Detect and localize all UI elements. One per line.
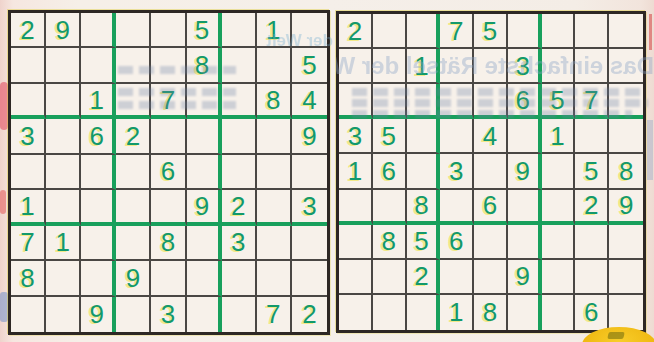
sudoku-cell-left-r3c7[interactable] (222, 84, 257, 119)
given-digit: 8 (195, 52, 209, 78)
given-digit: 2 (414, 263, 428, 289)
sudoku-cell-right-r3c6[interactable]: 6 (508, 84, 542, 119)
sudoku-cell-right-r8c2[interactable] (373, 260, 407, 295)
given-digit: 2 (348, 18, 362, 44)
sudoku-cell-left-r5c8[interactable] (257, 155, 292, 190)
given-digit: 8 (266, 87, 280, 113)
sudoku-cell-right-r5c9[interactable]: 8 (609, 154, 643, 189)
given-digit: 9 (516, 263, 530, 289)
given-digit: 7 (449, 18, 463, 44)
given-digit: 3 (20, 123, 34, 149)
sudoku-cell-right-r5c4[interactable]: 3 (440, 154, 474, 189)
sudoku-cell-left-r6c9[interactable]: 3 (292, 190, 327, 225)
sudoku-cell-left-r9c2[interactable] (46, 297, 81, 332)
scan-edge-artifact (0, 190, 6, 214)
sudoku-cell-left-r9c1[interactable] (11, 297, 46, 332)
sudoku-cell-right-r9c6[interactable] (508, 295, 542, 330)
given-digit: 5 (414, 228, 428, 254)
given-digit: 8 (161, 229, 175, 255)
sudoku-cell-right-r2c7[interactable] (542, 49, 576, 84)
given-digit: 7 (584, 87, 598, 113)
given-digit: 7 (266, 301, 280, 327)
sudoku-cell-left-r3c9[interactable]: 4 (292, 84, 327, 119)
given-digit: 8 (20, 265, 34, 291)
given-digit: 8 (619, 158, 633, 184)
sudoku-cell-left-r4c9[interactable]: 9 (292, 119, 327, 154)
given-digit: 4 (302, 87, 316, 113)
sudoku-cell-left-r9c3[interactable]: 9 (81, 297, 116, 332)
sudoku-cell-right-r1c6[interactable] (508, 14, 542, 49)
sudoku-cell-left-r8c6[interactable] (187, 261, 222, 296)
given-digit: 1 (550, 123, 564, 149)
sudoku-cell-right-r7c6[interactable] (508, 225, 542, 260)
sudoku-cell-right-r3c4[interactable] (440, 84, 474, 119)
sudoku-cell-right-r3c1[interactable] (339, 84, 373, 119)
sudoku-cell-right-r8c5[interactable] (474, 260, 508, 295)
sudoku-cell-right-r5c6[interactable]: 9 (508, 154, 542, 189)
given-digit: 6 (381, 158, 395, 184)
sudoku-cell-right-r6c8[interactable]: 2 (575, 190, 609, 225)
sudoku-grid-left: 29518517843629619237183899372 (8, 10, 330, 335)
sudoku-cell-left-r7c7[interactable]: 3 (222, 226, 257, 261)
sudoku-cell-right-r4c5[interactable]: 4 (474, 119, 508, 154)
sudoku-cell-left-r7c6[interactable] (187, 226, 222, 261)
sudoku-cell-right-r4c1[interactable]: 3 (339, 119, 373, 154)
sudoku-cell-right-r9c3[interactable] (407, 295, 441, 330)
sudoku-cell-left-r4c6[interactable] (187, 119, 222, 154)
given-digit: 1 (449, 299, 463, 325)
sudoku-cell-left-r1c3[interactable] (81, 13, 116, 48)
sudoku-cell-right-r7c8[interactable] (575, 225, 609, 260)
sudoku-cell-left-r3c5[interactable]: 7 (151, 84, 186, 119)
given-digit: 5 (584, 158, 598, 184)
given-digit: 3 (516, 53, 530, 79)
sudoku-cell-left-r3c8[interactable]: 8 (257, 84, 292, 119)
sudoku-cell-left-r8c9[interactable] (292, 261, 327, 296)
sudoku-cell-left-r5c9[interactable] (292, 155, 327, 190)
sudoku-cell-left-r9c4[interactable] (116, 297, 151, 332)
sudoku-cell-left-r3c1[interactable] (11, 84, 46, 119)
sudoku-cell-right-r2c6[interactable]: 3 (508, 49, 542, 84)
sudoku-cell-left-r4c5[interactable] (151, 119, 186, 154)
sudoku-cell-right-r5c8[interactable]: 5 (575, 154, 609, 189)
sudoku-cell-right-r2c9[interactable] (609, 49, 643, 84)
sudoku-cell-left-r1c8[interactable]: 1 (257, 13, 292, 48)
sudoku-cell-right-r2c3[interactable]: 1 (407, 49, 441, 84)
sudoku-cell-right-r6c3[interactable]: 8 (407, 190, 441, 225)
given-digit: 5 (381, 123, 395, 149)
given-digit: 9 (619, 192, 633, 218)
sudoku-cell-left-r4c3[interactable]: 6 (81, 119, 116, 154)
sudoku-cell-right-r8c6[interactable]: 9 (508, 260, 542, 295)
sudoku-cell-right-r3c5[interactable] (474, 84, 508, 119)
sudoku-cell-left-r6c7[interactable]: 2 (222, 190, 257, 225)
sudoku-cell-right-r8c7[interactable] (542, 260, 576, 295)
sudoku-cell-left-r9c5[interactable]: 3 (151, 297, 186, 332)
sudoku-cell-left-r2c6[interactable]: 8 (187, 48, 222, 83)
sudoku-cell-left-r7c9[interactable] (292, 226, 327, 261)
sudoku-cell-right-r4c2[interactable]: 5 (373, 119, 407, 154)
sudoku-cell-right-r6c9[interactable]: 9 (609, 190, 643, 225)
sudoku-cell-right-r5c1[interactable]: 1 (339, 154, 373, 189)
sudoku-cell-right-r4c9[interactable] (609, 119, 643, 154)
sudoku-cell-right-r4c3[interactable] (407, 119, 441, 154)
sudoku-cell-right-r1c7[interactable] (542, 14, 576, 49)
sudoku-cell-left-r1c2[interactable]: 9 (46, 13, 81, 48)
sudoku-cell-right-r8c9[interactable] (609, 260, 643, 295)
given-digit: 1 (414, 53, 428, 79)
sudoku-cell-left-r1c6[interactable]: 5 (187, 13, 222, 48)
sudoku-cell-right-r1c9[interactable] (609, 14, 643, 49)
sudoku-cell-left-r2c1[interactable] (11, 48, 46, 83)
sudoku-cell-left-r2c9[interactable]: 5 (292, 48, 327, 83)
sudoku-cell-right-r2c2[interactable] (373, 49, 407, 84)
sudoku-cell-left-r6c5[interactable] (151, 190, 186, 225)
sudoku-cell-right-r2c8[interactable] (575, 49, 609, 84)
given-digit: 1 (90, 87, 104, 113)
sudoku-cell-right-r5c3[interactable] (407, 154, 441, 189)
given-digit: 2 (231, 193, 245, 219)
sudoku-cell-left-r7c5[interactable]: 8 (151, 226, 186, 261)
sudoku-cell-left-r2c7[interactable] (222, 48, 257, 83)
given-digit: 6 (483, 192, 497, 218)
sudoku-cell-left-r6c3[interactable] (81, 190, 116, 225)
sudoku-cell-right-r9c7[interactable] (542, 295, 576, 330)
sudoku-cell-left-r6c1[interactable]: 1 (11, 190, 46, 225)
given-digit: 9 (302, 123, 316, 149)
sudoku-cell-right-r6c6[interactable] (508, 190, 542, 225)
sudoku-cell-left-r6c4[interactable] (116, 190, 151, 225)
sudoku-cell-right-r1c8[interactable] (575, 14, 609, 49)
given-digit: 5 (195, 17, 209, 43)
sudoku-cell-left-r9c6[interactable] (187, 297, 222, 332)
sudoku-cell-left-r9c9[interactable]: 2 (292, 297, 327, 332)
sudoku-cell-right-r5c7[interactable] (542, 154, 576, 189)
sudoku-cell-left-r2c8[interactable] (257, 48, 292, 83)
sudoku-cell-right-r8c1[interactable] (339, 260, 373, 295)
sudoku-cell-left-r1c5[interactable] (151, 13, 186, 48)
given-digit: 3 (302, 193, 316, 219)
given-digit: 4 (483, 123, 497, 149)
sudoku-cell-right-r7c1[interactable] (339, 225, 373, 260)
sudoku-cell-left-r9c8[interactable]: 7 (257, 297, 292, 332)
sudoku-cell-left-r3c3[interactable]: 1 (81, 84, 116, 119)
sudoku-cell-right-r3c3[interactable] (407, 84, 441, 119)
sudoku-cell-left-r5c3[interactable] (81, 155, 116, 190)
given-digit: 3 (348, 123, 362, 149)
sudoku-cell-left-r2c4[interactable] (116, 48, 151, 83)
given-digit: 7 (20, 229, 34, 255)
given-digit: 8 (381, 228, 395, 254)
sudoku-cell-right-r9c9[interactable] (609, 295, 643, 330)
sudoku-cell-left-r9c7[interactable] (222, 297, 257, 332)
sudoku-cell-left-r3c4[interactable] (116, 84, 151, 119)
sudoku-cell-right-r8c8[interactable] (575, 260, 609, 295)
sudoku-cell-left-r7c8[interactable] (257, 226, 292, 261)
given-digit: 2 (302, 301, 316, 327)
given-digit: 3 (449, 158, 463, 184)
sudoku-cell-right-r7c4[interactable]: 6 (440, 225, 474, 260)
sudoku-cell-left-r4c2[interactable] (46, 119, 81, 154)
given-digit: 1 (20, 193, 34, 219)
sudoku-cell-right-r5c2[interactable]: 6 (373, 154, 407, 189)
given-digit: 9 (126, 265, 140, 291)
sudoku-grid-right: 275136573541163958862985629186 (336, 11, 646, 333)
sudoku-cell-left-r1c1[interactable]: 2 (11, 13, 46, 48)
sudoku-cell-right-r9c4[interactable]: 1 (440, 295, 474, 330)
badge-mark (607, 332, 624, 339)
sudoku-cell-right-r1c4[interactable]: 7 (440, 14, 474, 49)
given-digit: 2 (20, 17, 34, 43)
sudoku-cell-left-r8c8[interactable] (257, 261, 292, 296)
sudoku-cell-left-r7c3[interactable] (81, 226, 116, 261)
sudoku-cell-left-r8c7[interactable] (222, 261, 257, 296)
sudoku-cell-right-r4c8[interactable] (575, 119, 609, 154)
sudoku-cell-right-r6c2[interactable] (373, 190, 407, 225)
given-digit: 5 (302, 52, 316, 78)
given-digit: 6 (516, 87, 530, 113)
given-digit: 5 (550, 87, 564, 113)
sudoku-cell-left-r5c1[interactable] (11, 155, 46, 190)
sudoku-cell-right-r7c5[interactable] (474, 225, 508, 260)
given-digit: 6 (90, 123, 104, 149)
given-digit: 3 (161, 301, 175, 327)
sudoku-cell-right-r1c5[interactable]: 5 (474, 14, 508, 49)
sudoku-cell-left-r5c4[interactable] (116, 155, 151, 190)
sudoku-cell-right-r4c7[interactable]: 1 (542, 119, 576, 154)
given-digit: 6 (449, 228, 463, 254)
sudoku-cell-left-r4c1[interactable]: 3 (11, 119, 46, 154)
sudoku-cell-right-r7c7[interactable] (542, 225, 576, 260)
given-digit: 6 (584, 299, 598, 325)
sudoku-cell-right-r9c8[interactable]: 6 (575, 295, 609, 330)
sudoku-cell-right-r4c4[interactable] (440, 119, 474, 154)
sudoku-cell-left-r1c4[interactable] (116, 13, 151, 48)
given-digit: 3 (231, 229, 245, 255)
given-digit: 7 (161, 87, 175, 113)
sudoku-cell-left-r4c4[interactable]: 2 (116, 119, 151, 154)
sudoku-cell-left-r2c3[interactable] (81, 48, 116, 83)
sudoku-cell-right-r2c4[interactable] (440, 49, 474, 84)
sudoku-cell-left-r5c7[interactable] (222, 155, 257, 190)
scan-edge-artifact (649, 14, 652, 50)
sudoku-cell-left-r8c4[interactable]: 9 (116, 261, 151, 296)
sudoku-cell-left-r7c1[interactable]: 7 (11, 226, 46, 261)
sudoku-cell-right-r6c7[interactable] (542, 190, 576, 225)
sudoku-cell-left-r6c8[interactable] (257, 190, 292, 225)
sudoku-cell-right-r2c5[interactable] (474, 49, 508, 84)
sudoku-cell-right-r3c7[interactable]: 5 (542, 84, 576, 119)
sudoku-cell-left-r2c5[interactable] (151, 48, 186, 83)
sudoku-cell-left-r7c2[interactable]: 1 (46, 226, 81, 261)
given-digit: 9 (516, 158, 530, 184)
given-digit: 1 (348, 158, 362, 184)
sudoku-cell-right-r5c5[interactable] (474, 154, 508, 189)
given-digit: 2 (126, 123, 140, 149)
sudoku-cell-left-r5c2[interactable] (46, 155, 81, 190)
sudoku-cell-right-r7c3[interactable]: 5 (407, 225, 441, 260)
sudoku-cell-left-r7c4[interactable] (116, 226, 151, 261)
sudoku-cell-left-r3c6[interactable] (187, 84, 222, 119)
sudoku-cell-left-r2c2[interactable] (46, 48, 81, 83)
sudoku-cell-right-r3c9[interactable] (609, 84, 643, 119)
given-digit: 9 (55, 17, 69, 43)
sudoku-cell-right-r3c8[interactable]: 7 (575, 84, 609, 119)
scanned-newspaper-page: 29518517843629619237183899372 2751365735… (0, 0, 654, 342)
sudoku-cell-right-r6c4[interactable] (440, 190, 474, 225)
sudoku-cell-left-r3c2[interactable] (46, 84, 81, 119)
given-digit: 8 (414, 192, 428, 218)
sudoku-cell-right-r7c2[interactable]: 8 (373, 225, 407, 260)
sudoku-cell-left-r8c5[interactable] (151, 261, 186, 296)
sudoku-cell-right-r6c5[interactable]: 6 (474, 190, 508, 225)
sudoku-cell-right-r9c2[interactable] (373, 295, 407, 330)
given-digit: 1 (266, 17, 280, 43)
given-digit: 9 (90, 301, 104, 327)
sudoku-cell-right-r7c9[interactable] (609, 225, 643, 260)
sudoku-cell-left-r4c8[interactable] (257, 119, 292, 154)
given-digit: 6 (161, 158, 175, 184)
sudoku-cell-right-r1c1[interactable]: 2 (339, 14, 373, 49)
sudoku-cell-right-r9c5[interactable]: 8 (474, 295, 508, 330)
sudoku-cell-right-r1c3[interactable] (407, 14, 441, 49)
sudoku-cell-left-r1c7[interactable] (222, 13, 257, 48)
scan-edge-artifact (647, 120, 653, 180)
scan-edge-artifact (0, 82, 8, 130)
scan-edge-artifact (0, 292, 8, 322)
given-digit: 8 (483, 299, 497, 325)
sudoku-cell-right-r9c1[interactable] (339, 295, 373, 330)
sudoku-cell-left-r8c3[interactable] (81, 261, 116, 296)
sudoku-cell-left-r8c2[interactable] (46, 261, 81, 296)
sudoku-cell-left-r6c2[interactable] (46, 190, 81, 225)
sudoku-cell-right-r1c2[interactable] (373, 14, 407, 49)
given-digit: 2 (584, 192, 598, 218)
sudoku-cell-left-r5c6[interactable] (187, 155, 222, 190)
sudoku-cell-left-r5c5[interactable]: 6 (151, 155, 186, 190)
sudoku-cell-left-r8c1[interactable]: 8 (11, 261, 46, 296)
given-digit: 1 (55, 229, 69, 255)
sudoku-cell-right-r6c1[interactable] (339, 190, 373, 225)
sudoku-cell-right-r3c2[interactable] (373, 84, 407, 119)
sudoku-cell-left-r4c7[interactable] (222, 119, 257, 154)
given-digit: 9 (195, 193, 209, 219)
sudoku-cell-right-r8c3[interactable]: 2 (407, 260, 441, 295)
given-digit: 5 (483, 18, 497, 44)
sudoku-cell-right-r8c4[interactable] (440, 260, 474, 295)
sudoku-cell-right-r4c6[interactable] (508, 119, 542, 154)
sudoku-cell-left-r6c6[interactable]: 9 (187, 190, 222, 225)
sudoku-cell-left-r1c9[interactable] (292, 13, 327, 48)
sudoku-cell-right-r2c1[interactable] (339, 49, 373, 84)
